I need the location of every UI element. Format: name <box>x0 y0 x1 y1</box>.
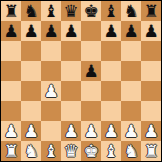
square-a8[interactable]: ♜ <box>1 1 21 21</box>
square-a3[interactable] <box>1 101 21 121</box>
square-b8[interactable]: ♞ <box>21 1 41 21</box>
black-rook-a8[interactable]: ♜ <box>3 1 18 21</box>
square-h8[interactable]: ♜ <box>141 1 161 21</box>
square-c7[interactable]: ♟ <box>41 21 61 41</box>
white-knight-b1[interactable]: ♞ <box>23 141 38 161</box>
square-e7[interactable] <box>81 21 101 41</box>
white-pawn-e2[interactable]: ♟ <box>83 121 98 141</box>
square-g7[interactable]: ♟ <box>121 21 141 41</box>
black-pawn-e5[interactable]: ♟ <box>83 61 98 81</box>
square-a5[interactable] <box>1 61 21 81</box>
black-bishop-f8[interactable]: ♝ <box>103 1 118 21</box>
square-e1[interactable]: ♚ <box>81 141 101 161</box>
square-h3[interactable] <box>141 101 161 121</box>
square-f1[interactable]: ♝ <box>101 141 121 161</box>
square-h4[interactable] <box>141 81 161 101</box>
square-e8[interactable]: ♚ <box>81 1 101 21</box>
square-a2[interactable]: ♟ <box>1 121 21 141</box>
square-c2[interactable] <box>41 121 61 141</box>
black-pawn-c7[interactable]: ♟ <box>43 21 58 41</box>
square-h1[interactable]: ♜ <box>141 141 161 161</box>
square-a1[interactable]: ♜ <box>1 141 21 161</box>
square-f3[interactable] <box>101 101 121 121</box>
square-c3[interactable] <box>41 101 61 121</box>
square-h2[interactable]: ♟ <box>141 121 161 141</box>
square-h6[interactable] <box>141 41 161 61</box>
square-b5[interactable] <box>21 61 41 81</box>
black-pawn-h7[interactable]: ♟ <box>143 21 158 41</box>
white-pawn-a2[interactable]: ♟ <box>3 121 18 141</box>
square-g1[interactable]: ♞ <box>121 141 141 161</box>
white-bishop-f1[interactable]: ♝ <box>103 141 118 161</box>
white-pawn-h2[interactable]: ♟ <box>143 121 158 141</box>
chess-board: ♜♞♝♛♚♝♞♜♟♟♟♟♟♟♟♟♟♟♟♟♟♟♟♟♜♞♝♛♚♝♞♜ <box>1 1 161 161</box>
white-king-e1[interactable]: ♚ <box>83 141 98 161</box>
square-e4[interactable] <box>81 81 101 101</box>
square-e5[interactable]: ♟ <box>81 61 101 81</box>
square-d7[interactable]: ♟ <box>61 21 81 41</box>
black-pawn-f7[interactable]: ♟ <box>103 21 118 41</box>
square-b6[interactable] <box>21 41 41 61</box>
square-b3[interactable] <box>21 101 41 121</box>
square-c5[interactable] <box>41 61 61 81</box>
square-f5[interactable] <box>101 61 121 81</box>
square-a4[interactable] <box>1 81 21 101</box>
square-c4[interactable]: ♟ <box>41 81 61 101</box>
white-queen-d1[interactable]: ♛ <box>63 141 78 161</box>
square-g6[interactable] <box>121 41 141 61</box>
white-knight-g1[interactable]: ♞ <box>123 141 138 161</box>
square-a6[interactable] <box>1 41 21 61</box>
black-knight-b8[interactable]: ♞ <box>23 1 38 21</box>
square-d3[interactable] <box>61 101 81 121</box>
white-rook-a1[interactable]: ♜ <box>3 141 18 161</box>
black-pawn-g7[interactable]: ♟ <box>123 21 138 41</box>
square-f8[interactable]: ♝ <box>101 1 121 21</box>
black-pawn-a7[interactable]: ♟ <box>3 21 18 41</box>
square-c1[interactable]: ♝ <box>41 141 61 161</box>
square-e3[interactable] <box>81 101 101 121</box>
black-knight-g8[interactable]: ♞ <box>123 1 138 21</box>
square-g4[interactable] <box>121 81 141 101</box>
square-d1[interactable]: ♛ <box>61 141 81 161</box>
black-rook-h8[interactable]: ♜ <box>143 1 158 21</box>
white-pawn-d2[interactable]: ♟ <box>63 121 78 141</box>
square-c6[interactable] <box>41 41 61 61</box>
white-pawn-g2[interactable]: ♟ <box>123 121 138 141</box>
black-queen-d8[interactable]: ♛ <box>63 1 78 21</box>
board-frame: ♜♞♝♛♚♝♞♜♟♟♟♟♟♟♟♟♟♟♟♟♟♟♟♟♜♞♝♛♚♝♞♜ <box>0 0 162 162</box>
square-f2[interactable]: ♟ <box>101 121 121 141</box>
white-pawn-c4[interactable]: ♟ <box>43 81 58 101</box>
square-b4[interactable] <box>21 81 41 101</box>
square-g5[interactable] <box>121 61 141 81</box>
black-pawn-b7[interactable]: ♟ <box>23 21 38 41</box>
square-d4[interactable] <box>61 81 81 101</box>
square-d8[interactable]: ♛ <box>61 1 81 21</box>
white-pawn-f2[interactable]: ♟ <box>103 121 118 141</box>
square-d6[interactable] <box>61 41 81 61</box>
square-e6[interactable] <box>81 41 101 61</box>
square-g3[interactable] <box>121 101 141 121</box>
white-rook-h1[interactable]: ♜ <box>143 141 158 161</box>
white-bishop-c1[interactable]: ♝ <box>43 141 58 161</box>
square-b1[interactable]: ♞ <box>21 141 41 161</box>
black-bishop-c8[interactable]: ♝ <box>43 1 58 21</box>
square-c8[interactable]: ♝ <box>41 1 61 21</box>
square-e2[interactable]: ♟ <box>81 121 101 141</box>
square-h5[interactable] <box>141 61 161 81</box>
square-b2[interactable]: ♟ <box>21 121 41 141</box>
square-d5[interactable] <box>61 61 81 81</box>
black-pawn-d7[interactable]: ♟ <box>63 21 78 41</box>
square-a7[interactable]: ♟ <box>1 21 21 41</box>
square-f6[interactable] <box>101 41 121 61</box>
black-king-e8[interactable]: ♚ <box>83 1 98 21</box>
square-d2[interactable]: ♟ <box>61 121 81 141</box>
square-g8[interactable]: ♞ <box>121 1 141 21</box>
square-b7[interactable]: ♟ <box>21 21 41 41</box>
square-f7[interactable]: ♟ <box>101 21 121 41</box>
square-h7[interactable]: ♟ <box>141 21 161 41</box>
white-pawn-b2[interactable]: ♟ <box>23 121 38 141</box>
square-f4[interactable] <box>101 81 121 101</box>
square-g2[interactable]: ♟ <box>121 121 141 141</box>
